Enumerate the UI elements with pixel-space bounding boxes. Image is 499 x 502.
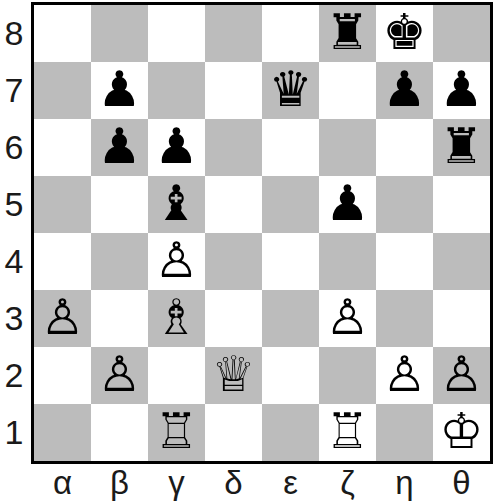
white-pawn: ♙: [440, 347, 484, 403]
square-θ4[interactable]: [433, 233, 490, 290]
rank-label-2: 2: [0, 347, 28, 404]
square-β2[interactable]: ♙: [91, 347, 148, 404]
square-η7[interactable]: ♟: [376, 62, 433, 119]
square-δ6[interactable]: [205, 119, 262, 176]
square-η5[interactable]: [376, 176, 433, 233]
square-θ6[interactable]: ♜: [433, 119, 490, 176]
square-α2[interactable]: [34, 347, 91, 404]
file-label-β: β: [91, 464, 148, 502]
white-pawn: ♙: [383, 347, 427, 403]
square-ζ5[interactable]: ♟: [319, 176, 376, 233]
file-label-δ: δ: [205, 464, 262, 502]
square-δ3[interactable]: [205, 290, 262, 347]
chess-board: ♜♚♟♛♟♟♟♟♜♝♟♙♙♗♙♙♕♙♙♖♖♔: [31, 2, 493, 464]
square-α6[interactable]: [34, 119, 91, 176]
square-γ5[interactable]: ♝: [148, 176, 205, 233]
square-θ1[interactable]: ♔: [433, 404, 490, 461]
file-label-ζ: ζ: [319, 464, 376, 502]
square-η6[interactable]: [376, 119, 433, 176]
square-ε4[interactable]: [262, 233, 319, 290]
square-β6[interactable]: ♟: [91, 119, 148, 176]
square-γ7[interactable]: [148, 62, 205, 119]
square-θ8[interactable]: [433, 5, 490, 62]
white-pawn: ♙: [155, 233, 199, 289]
black-pawn: ♟: [440, 62, 484, 118]
rank-label-8: 8: [0, 5, 28, 62]
square-θ7[interactable]: ♟: [433, 62, 490, 119]
square-η4[interactable]: [376, 233, 433, 290]
white-rook: ♖: [155, 404, 199, 460]
square-β8[interactable]: [91, 5, 148, 62]
square-η8[interactable]: ♚: [376, 5, 433, 62]
white-queen: ♕: [212, 347, 256, 403]
rank-label-3: 3: [0, 290, 28, 347]
black-rook: ♜: [440, 119, 484, 175]
square-ε5[interactable]: [262, 176, 319, 233]
white-bishop: ♗: [155, 290, 199, 346]
square-ε2[interactable]: [262, 347, 319, 404]
square-α1[interactable]: [34, 404, 91, 461]
square-η2[interactable]: ♙: [376, 347, 433, 404]
black-king: ♚: [383, 5, 427, 61]
square-δ2[interactable]: ♕: [205, 347, 262, 404]
black-pawn: ♟: [98, 119, 142, 175]
white-pawn: ♙: [326, 290, 370, 346]
square-γ2[interactable]: [148, 347, 205, 404]
white-pawn: ♙: [41, 290, 85, 346]
black-pawn: ♟: [155, 119, 199, 175]
file-label-η: η: [376, 464, 433, 502]
square-α5[interactable]: [34, 176, 91, 233]
square-ζ4[interactable]: [319, 233, 376, 290]
square-θ5[interactable]: [433, 176, 490, 233]
square-δ4[interactable]: [205, 233, 262, 290]
square-γ1[interactable]: ♖: [148, 404, 205, 461]
black-queen: ♛: [269, 62, 313, 118]
rank-label-4: 4: [0, 233, 28, 290]
square-α3[interactable]: ♙: [34, 290, 91, 347]
chess-diagram: 87654321 ♜♚♟♛♟♟♟♟♜♝♟♙♙♗♙♙♕♙♙♖♖♔ αβγδεζηθ: [0, 0, 499, 502]
square-ε8[interactable]: [262, 5, 319, 62]
square-ζ8[interactable]: ♜: [319, 5, 376, 62]
square-θ2[interactable]: ♙: [433, 347, 490, 404]
square-δ8[interactable]: [205, 5, 262, 62]
square-ζ6[interactable]: [319, 119, 376, 176]
file-label-ε: ε: [262, 464, 319, 502]
square-δ5[interactable]: [205, 176, 262, 233]
square-γ8[interactable]: [148, 5, 205, 62]
black-rook: ♜: [326, 5, 370, 61]
square-ε7[interactable]: ♛: [262, 62, 319, 119]
square-ζ3[interactable]: ♙: [319, 290, 376, 347]
rank-label-5: 5: [0, 176, 28, 233]
square-α4[interactable]: [34, 233, 91, 290]
square-γ4[interactable]: ♙: [148, 233, 205, 290]
square-γ6[interactable]: ♟: [148, 119, 205, 176]
square-β7[interactable]: ♟: [91, 62, 148, 119]
square-θ3[interactable]: [433, 290, 490, 347]
square-ε3[interactable]: [262, 290, 319, 347]
black-pawn: ♟: [326, 176, 370, 232]
square-α8[interactable]: [34, 5, 91, 62]
square-η3[interactable]: [376, 290, 433, 347]
file-label-α: α: [34, 464, 91, 502]
square-δ7[interactable]: [205, 62, 262, 119]
white-pawn: ♙: [98, 347, 142, 403]
rank-label-1: 1: [0, 404, 28, 461]
square-ζ2[interactable]: [319, 347, 376, 404]
file-label-θ: θ: [433, 464, 490, 502]
black-pawn: ♟: [98, 62, 142, 118]
square-β1[interactable]: [91, 404, 148, 461]
square-ε6[interactable]: [262, 119, 319, 176]
square-ζ7[interactable]: [319, 62, 376, 119]
white-king: ♔: [440, 404, 484, 460]
black-pawn: ♟: [383, 62, 427, 118]
square-ζ1[interactable]: ♖: [319, 404, 376, 461]
square-α7[interactable]: [34, 62, 91, 119]
square-β4[interactable]: [91, 233, 148, 290]
square-δ1[interactable]: [205, 404, 262, 461]
square-β3[interactable]: [91, 290, 148, 347]
rank-label-7: 7: [0, 62, 28, 119]
square-β5[interactable]: [91, 176, 148, 233]
square-γ3[interactable]: ♗: [148, 290, 205, 347]
black-bishop: ♝: [155, 176, 199, 232]
white-rook: ♖: [326, 404, 370, 460]
square-ε1[interactable]: [262, 404, 319, 461]
square-η1[interactable]: [376, 404, 433, 461]
rank-label-6: 6: [0, 119, 28, 176]
file-label-γ: γ: [148, 464, 205, 502]
